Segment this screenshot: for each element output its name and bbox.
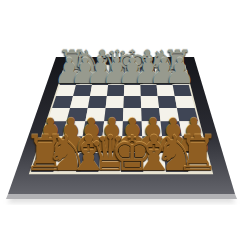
square-f6: [140, 85, 157, 96]
square-a7: [60, 75, 79, 85]
square-c8: [94, 66, 111, 75]
square-d3: [103, 121, 123, 136]
square-g8: [155, 66, 171, 75]
square-e5: [123, 96, 141, 108]
square-h3: [179, 121, 202, 136]
square-c4: [85, 108, 105, 121]
square-d8: [109, 66, 125, 75]
square-c6: [90, 85, 108, 96]
square-e3: [122, 121, 142, 136]
square-d4: [104, 108, 123, 121]
square-h4: [177, 108, 198, 121]
square-h5: [175, 96, 195, 108]
board-front-edge: [6, 194, 237, 199]
square-g4: [159, 108, 179, 121]
square-f1: [143, 153, 166, 172]
square-b7: [76, 75, 94, 85]
square-c2: [80, 136, 103, 153]
chess-board: [0, 0, 240, 240]
square-g2: [162, 136, 185, 153]
square-f4: [141, 108, 160, 121]
square-h7: [171, 75, 189, 85]
product-photo: ♜♞♝♛♚♝♞♜♟♟♟♟♟♟♟♟♟♟♟♟♟♟♟♟♜♞♝♛♚♝♞♜: [0, 0, 240, 240]
square-e4: [123, 108, 142, 121]
square-a8: [63, 66, 81, 75]
square-g1: [164, 153, 189, 172]
square-e8: [125, 66, 140, 75]
square-g3: [161, 121, 183, 136]
square-e2: [122, 136, 143, 153]
square-d1: [99, 153, 122, 172]
square-e6: [124, 85, 141, 96]
square-c1: [76, 153, 101, 172]
square-d7: [108, 75, 125, 85]
square-f3: [142, 121, 162, 136]
square-b6: [73, 85, 92, 96]
square-e1: [121, 153, 144, 172]
square-f2: [142, 136, 164, 153]
square-b3: [63, 121, 86, 136]
square-f5: [141, 96, 159, 108]
square-c3: [83, 121, 105, 136]
square-f7: [140, 75, 157, 85]
square-e7: [124, 75, 140, 85]
square-b8: [78, 66, 95, 75]
square-c7: [92, 75, 109, 85]
square-f8: [140, 66, 156, 75]
square-d6: [107, 85, 124, 96]
square-g5: [158, 96, 177, 108]
square-d2: [101, 136, 123, 153]
square-h6: [173, 85, 192, 96]
square-g6: [157, 85, 175, 96]
square-g7: [156, 75, 173, 85]
square-h8: [169, 66, 186, 75]
square-d5: [106, 96, 124, 108]
square-c5: [88, 96, 107, 108]
square-b4: [67, 108, 88, 121]
square-b5: [70, 96, 90, 108]
